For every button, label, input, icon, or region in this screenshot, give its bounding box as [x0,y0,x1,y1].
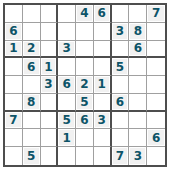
cell-r5c3: 3 [41,76,59,94]
given-digit: 6 [148,130,164,145]
cell-r5c6: 1 [94,76,112,94]
cell-r3c8: 6 [129,41,147,59]
cell-r7c8[interactable] [129,112,147,130]
given-digit: 7 [113,148,128,164]
cell-r8c2[interactable] [23,129,41,147]
cell-r4c7: 5 [112,58,130,76]
cell-r3c5[interactable] [76,41,94,59]
cell-r5c2[interactable] [23,76,41,94]
given-digit: 6 [77,113,92,128]
cell-r2c9[interactable] [147,23,165,41]
cell-r3c2: 2 [23,41,41,59]
cell-r7c1: 7 [5,112,23,130]
cell-r1c3[interactable] [41,5,59,23]
cell-r8c5[interactable] [76,129,94,147]
cell-r6c4[interactable] [58,94,76,112]
cell-r9c3[interactable] [41,147,59,165]
cell-r7c2[interactable] [23,112,41,130]
cell-r5c7[interactable] [112,76,130,94]
cell-r9c2: 5 [23,147,41,165]
cell-r8c9: 6 [147,129,165,147]
cell-r7c9[interactable] [147,112,165,130]
cell-r5c4: 6 [58,76,76,94]
cell-r6c1[interactable] [5,94,23,112]
given-digit: 3 [130,148,145,164]
cell-r6c7: 6 [112,94,130,112]
given-digit: 3 [59,42,74,56]
given-digit: 6 [130,42,145,56]
cell-r1c7[interactable] [112,5,130,23]
cell-r1c2[interactable] [23,5,41,23]
cell-r1c5: 4 [76,5,94,23]
cell-r7c6: 3 [94,112,112,130]
given-digit: 6 [6,24,21,39]
sudoku-board: 46763812366153621856756316573 [5,5,165,165]
cell-r8c6[interactable] [94,129,112,147]
given-digit: 2 [77,77,92,92]
cell-r4c3: 1 [41,58,59,76]
cell-r3c3[interactable] [41,41,59,59]
cell-r3c6[interactable] [94,41,112,59]
cell-r9c5[interactable] [76,147,94,165]
given-digit: 3 [42,77,56,92]
cell-r1c9: 7 [147,5,165,23]
cell-r4c9[interactable] [147,58,165,76]
given-digit: 6 [95,6,109,21]
cell-r2c5[interactable] [76,23,94,41]
cell-r7c4: 5 [58,112,76,130]
sudoku-board-frame: 46763812366153621856756316573 [3,3,167,167]
cell-r6c2: 8 [23,94,41,112]
cell-r2c6[interactable] [94,23,112,41]
cell-r2c2[interactable] [23,23,41,41]
given-digit: 3 [113,24,128,39]
cell-r2c8: 8 [129,23,147,41]
cell-r5c8[interactable] [129,76,147,94]
cell-r4c4[interactable] [58,58,76,76]
given-digit: 1 [59,130,74,145]
cell-r7c5: 6 [76,112,94,130]
given-digit: 5 [113,59,128,74]
cell-r4c1[interactable] [5,58,23,76]
cell-r3c9[interactable] [147,41,165,59]
cell-r2c4[interactable] [58,23,76,41]
cell-r1c4[interactable] [58,5,76,23]
cell-r3c1: 1 [5,41,23,59]
given-digit: 2 [24,42,39,56]
cell-r2c7: 3 [112,23,130,41]
cell-r1c8[interactable] [129,5,147,23]
cell-r2c1: 6 [5,23,23,41]
cell-r4c2: 6 [23,58,41,76]
cell-r9c4[interactable] [58,147,76,165]
cell-r6c3[interactable] [41,94,59,112]
cell-r1c6: 6 [94,5,112,23]
cell-r3c4: 3 [58,41,76,59]
given-digit: 5 [77,95,92,109]
cell-r9c9[interactable] [147,147,165,165]
cell-r6c6[interactable] [94,94,112,112]
cell-r8c8[interactable] [129,129,147,147]
cell-r9c1[interactable] [5,147,23,165]
given-digit: 4 [77,6,92,21]
given-digit: 1 [42,59,56,74]
cell-r6c8[interactable] [129,94,147,112]
given-digit: 5 [59,113,74,128]
cell-r5c1[interactable] [5,76,23,94]
cell-r4c6[interactable] [94,58,112,76]
cell-r4c5[interactable] [76,58,94,76]
given-digit: 7 [148,6,164,21]
cell-r9c8: 3 [129,147,147,165]
given-digit: 8 [24,95,39,109]
given-digit: 5 [24,148,39,164]
cell-r6c5: 5 [76,94,94,112]
cell-r4c8[interactable] [129,58,147,76]
cell-r7c7[interactable] [112,112,130,130]
cell-r9c6[interactable] [94,147,112,165]
cell-r1c1[interactable] [5,5,23,23]
cell-r8c3[interactable] [41,129,59,147]
cell-r2c3[interactable] [41,23,59,41]
given-digit: 1 [95,77,109,92]
given-digit: 6 [59,77,74,92]
cell-r9c7: 7 [112,147,130,165]
cell-r5c9[interactable] [147,76,165,94]
given-digit: 6 [24,59,39,74]
cell-r8c4: 1 [58,129,76,147]
cell-r7c3[interactable] [41,112,59,130]
given-digit: 3 [95,113,109,128]
cell-r8c7[interactable] [112,129,130,147]
cell-r8c1[interactable] [5,129,23,147]
cell-r3c7[interactable] [112,41,130,59]
cell-r6c9[interactable] [147,94,165,112]
cell-r5c5: 2 [76,76,94,94]
given-digit: 7 [6,113,21,128]
given-digit: 8 [130,24,145,39]
given-digit: 6 [113,95,128,109]
given-digit: 1 [6,42,21,56]
